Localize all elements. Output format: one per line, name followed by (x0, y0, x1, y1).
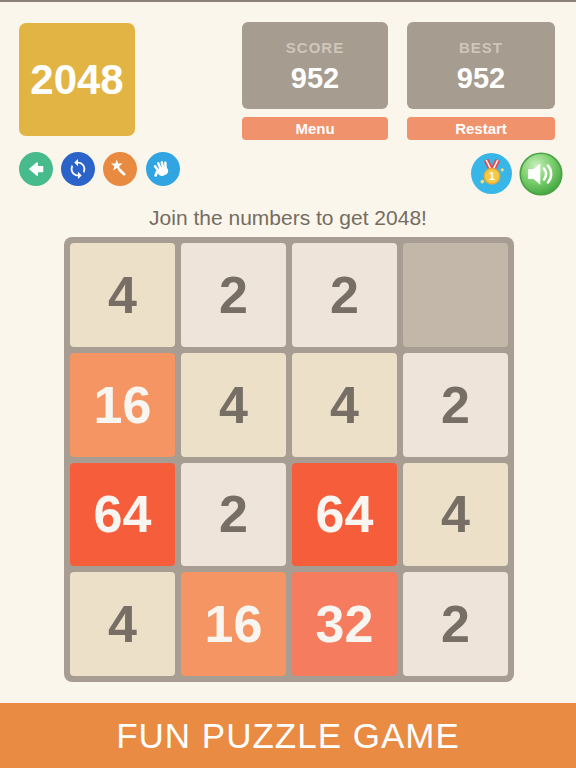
best-box: BEST 952 (407, 22, 555, 109)
logo-text: 2048 (30, 56, 123, 104)
hand-palm-icon (152, 158, 174, 180)
hand-mode-button[interactable] (146, 152, 180, 186)
tile-4-r4c1: 4 (70, 572, 175, 676)
tile-64-r3c3: 64 (292, 463, 397, 567)
best-value: 952 (457, 62, 505, 95)
logo-tile-2048: 2048 (19, 23, 135, 136)
tile-2-r1c2: 2 (181, 243, 286, 347)
footer-banner: FUN PUZZLE GAME (0, 703, 576, 768)
empty-cell-r1c4 (403, 243, 508, 347)
tile-32-r4c3: 32 (292, 572, 397, 676)
tile-4-r2c2: 4 (181, 353, 286, 457)
app-screen: 2048 SCORE 952 BEST 952 Menu Restart (0, 0, 576, 768)
gold-medal-icon: 1 (477, 159, 507, 189)
tile-4-r2c3: 4 (292, 353, 397, 457)
tile-64-r3c1: 64 (70, 463, 175, 567)
svg-text:1: 1 (488, 170, 494, 182)
tile-4-r1c1: 4 (70, 243, 175, 347)
achievements-button[interactable]: 1 (471, 153, 512, 194)
sync-icon (67, 158, 89, 180)
score-value: 952 (291, 62, 339, 95)
tile-4-r3c4: 4 (403, 463, 508, 567)
back-button[interactable] (19, 152, 53, 186)
tile-2-r2c4: 2 (403, 353, 508, 457)
score-label: SCORE (286, 39, 344, 56)
sound-button[interactable] (519, 152, 563, 196)
tile-2-r1c3: 2 (292, 243, 397, 347)
menu-button[interactable]: Menu (242, 117, 388, 140)
arrow-left-icon (26, 159, 46, 179)
best-label: BEST (459, 39, 503, 56)
magic-wand-icon (109, 158, 131, 180)
restart-button[interactable]: Restart (407, 117, 555, 140)
tagline: Join the numbers to get 2048! (0, 206, 576, 230)
speaker-on-icon (519, 152, 563, 196)
tile-2-r3c2: 2 (181, 463, 286, 567)
tile-16-r4c2: 16 (181, 572, 286, 676)
board[interactable]: 42216442642644416322 (64, 237, 514, 682)
restart-button-label: Restart (455, 120, 507, 137)
refresh-button[interactable] (61, 152, 95, 186)
score-box: SCORE 952 (242, 22, 388, 109)
tile-16-r2c1: 16 (70, 353, 175, 457)
footer-banner-text: FUN PUZZLE GAME (116, 716, 460, 756)
hint-wand-button[interactable] (103, 152, 137, 186)
menu-button-label: Menu (295, 120, 334, 137)
tile-2-r4c4: 2 (403, 572, 508, 676)
top-divider (0, 0, 576, 2)
